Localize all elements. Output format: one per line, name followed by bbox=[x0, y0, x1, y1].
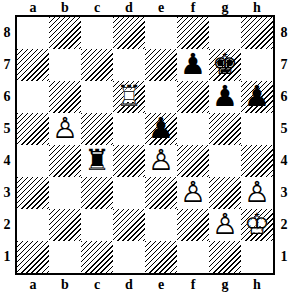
square-e3[interactable] bbox=[145, 177, 177, 209]
file-label-bottom-g: g bbox=[209, 277, 241, 292]
piece-fill-white-king-h2: ♚ bbox=[241, 209, 273, 241]
rank-label-right-6: 6 bbox=[277, 81, 291, 113]
file-label-bottom-a: a bbox=[17, 277, 49, 292]
square-c8[interactable] bbox=[81, 17, 113, 49]
rank-label-left-5: 5 bbox=[0, 113, 14, 145]
rank-label-left-8: 8 bbox=[0, 17, 14, 49]
file-label-top-g: g bbox=[209, 0, 241, 15]
rank-label-left-4: 4 bbox=[0, 145, 14, 177]
square-h7[interactable] bbox=[241, 49, 273, 81]
piece-black-pawn-h6: ♟ bbox=[241, 81, 273, 113]
file-label-top-h: h bbox=[241, 0, 273, 15]
piece-black-pawn-g6: ♟ bbox=[209, 81, 241, 113]
square-f5[interactable] bbox=[177, 113, 209, 145]
square-h3[interactable]: ♟♙ bbox=[241, 177, 273, 209]
file-label-top-a: a bbox=[17, 0, 49, 15]
file-label-bottom-h: h bbox=[241, 277, 273, 292]
file-label-bottom-b: b bbox=[49, 277, 81, 292]
square-a7[interactable] bbox=[17, 49, 49, 81]
rank-label-right-5: 5 bbox=[277, 113, 291, 145]
chess-diagram: ♟♚♜♖♟♟♟♙♟♜♟♙♟♙♟♙♟♙♚♔ aabbccddeeffgghh887… bbox=[0, 0, 295, 295]
square-g4[interactable] bbox=[209, 145, 241, 177]
square-g7[interactable]: ♚ bbox=[209, 49, 241, 81]
rank-label-left-2: 2 bbox=[0, 209, 14, 241]
piece-fill-white-pawn-h3: ♟ bbox=[241, 177, 273, 209]
square-g1[interactable] bbox=[209, 241, 241, 273]
square-h6[interactable]: ♟ bbox=[241, 81, 273, 113]
square-f6[interactable] bbox=[177, 81, 209, 113]
file-label-bottom-d: d bbox=[113, 277, 145, 292]
rank-label-left-3: 3 bbox=[0, 177, 14, 209]
square-b2[interactable] bbox=[49, 209, 81, 241]
square-b7[interactable] bbox=[49, 49, 81, 81]
square-a8[interactable] bbox=[17, 17, 49, 49]
rank-label-left-7: 7 bbox=[0, 49, 14, 81]
square-c2[interactable] bbox=[81, 209, 113, 241]
square-f7[interactable]: ♟ bbox=[177, 49, 209, 81]
square-b3[interactable] bbox=[49, 177, 81, 209]
piece-black-pawn-e5: ♟ bbox=[145, 113, 177, 145]
square-g3[interactable] bbox=[209, 177, 241, 209]
square-b4[interactable] bbox=[49, 145, 81, 177]
square-c7[interactable] bbox=[81, 49, 113, 81]
square-b6[interactable] bbox=[49, 81, 81, 113]
rank-label-right-4: 4 bbox=[277, 145, 291, 177]
square-a1[interactable] bbox=[17, 241, 49, 273]
square-b1[interactable] bbox=[49, 241, 81, 273]
piece-white-pawn-e4: ♙ bbox=[145, 145, 177, 177]
square-d4[interactable] bbox=[113, 145, 145, 177]
rank-label-right-2: 2 bbox=[277, 209, 291, 241]
square-g2[interactable]: ♟♙ bbox=[209, 209, 241, 241]
square-d1[interactable] bbox=[113, 241, 145, 273]
square-a4[interactable] bbox=[17, 145, 49, 177]
square-d6[interactable]: ♜♖ bbox=[113, 81, 145, 113]
piece-black-pawn-f7: ♟ bbox=[177, 49, 209, 81]
square-f4[interactable] bbox=[177, 145, 209, 177]
square-c5[interactable] bbox=[81, 113, 113, 145]
square-c4[interactable]: ♜ bbox=[81, 145, 113, 177]
square-b5[interactable]: ♟♙ bbox=[49, 113, 81, 145]
square-e4[interactable]: ♟♙ bbox=[145, 145, 177, 177]
rank-label-right-1: 1 bbox=[277, 241, 291, 273]
square-h2[interactable]: ♚♔ bbox=[241, 209, 273, 241]
rank-label-right-7: 7 bbox=[277, 49, 291, 81]
square-e1[interactable] bbox=[145, 241, 177, 273]
piece-fill-white-rook-d6: ♜ bbox=[113, 81, 145, 113]
square-e2[interactable] bbox=[145, 209, 177, 241]
square-c3[interactable] bbox=[81, 177, 113, 209]
rank-label-right-8: 8 bbox=[277, 17, 291, 49]
square-f3[interactable]: ♟♙ bbox=[177, 177, 209, 209]
square-a5[interactable] bbox=[17, 113, 49, 145]
square-g5[interactable] bbox=[209, 113, 241, 145]
rank-label-left-1: 1 bbox=[0, 241, 14, 273]
square-d7[interactable] bbox=[113, 49, 145, 81]
square-h5[interactable] bbox=[241, 113, 273, 145]
square-d5[interactable] bbox=[113, 113, 145, 145]
square-h1[interactable] bbox=[241, 241, 273, 273]
rank-label-right-3: 3 bbox=[277, 177, 291, 209]
square-b8[interactable] bbox=[49, 17, 81, 49]
chess-board: ♟♚♜♖♟♟♟♙♟♜♟♙♟♙♟♙♟♙♚♔ bbox=[15, 15, 275, 275]
square-e7[interactable] bbox=[145, 49, 177, 81]
piece-fill-white-pawn-e4: ♟ bbox=[145, 145, 177, 177]
piece-black-rook-c4: ♜ bbox=[81, 145, 113, 177]
square-c1[interactable] bbox=[81, 241, 113, 273]
rank-label-left-6: 6 bbox=[0, 81, 14, 113]
file-label-top-b: b bbox=[49, 0, 81, 15]
file-label-bottom-e: e bbox=[145, 277, 177, 292]
square-d3[interactable] bbox=[113, 177, 145, 209]
piece-black-king-g7: ♚ bbox=[209, 49, 241, 81]
piece-white-pawn-h3: ♙ bbox=[241, 177, 273, 209]
piece-white-pawn-f3: ♙ bbox=[177, 177, 209, 209]
piece-white-pawn-g2: ♙ bbox=[209, 209, 241, 241]
piece-white-king-h2: ♔ bbox=[241, 209, 273, 241]
file-label-top-d: d bbox=[113, 0, 145, 15]
file-label-top-f: f bbox=[177, 0, 209, 15]
piece-white-pawn-b5: ♙ bbox=[49, 113, 81, 145]
square-h8[interactable] bbox=[241, 17, 273, 49]
square-c6[interactable] bbox=[81, 81, 113, 113]
square-f2[interactable] bbox=[177, 209, 209, 241]
square-d2[interactable] bbox=[113, 209, 145, 241]
square-a2[interactable] bbox=[17, 209, 49, 241]
square-d8[interactable] bbox=[113, 17, 145, 49]
piece-fill-white-pawn-f3: ♟ bbox=[177, 177, 209, 209]
file-label-bottom-c: c bbox=[81, 277, 113, 292]
square-g8[interactable] bbox=[209, 17, 241, 49]
square-f8[interactable] bbox=[177, 17, 209, 49]
square-e5[interactable]: ♟ bbox=[145, 113, 177, 145]
file-label-top-e: e bbox=[145, 0, 177, 15]
square-a3[interactable] bbox=[17, 177, 49, 209]
file-label-bottom-f: f bbox=[177, 277, 209, 292]
piece-fill-white-pawn-b5: ♟ bbox=[49, 113, 81, 145]
square-g6[interactable]: ♟ bbox=[209, 81, 241, 113]
file-label-top-c: c bbox=[81, 0, 113, 15]
piece-fill-white-pawn-g2: ♟ bbox=[209, 209, 241, 241]
square-h4[interactable] bbox=[241, 145, 273, 177]
square-e6[interactable] bbox=[145, 81, 177, 113]
square-a6[interactable] bbox=[17, 81, 49, 113]
square-f1[interactable] bbox=[177, 241, 209, 273]
piece-white-rook-d6: ♖ bbox=[113, 81, 145, 113]
square-e8[interactable] bbox=[145, 17, 177, 49]
